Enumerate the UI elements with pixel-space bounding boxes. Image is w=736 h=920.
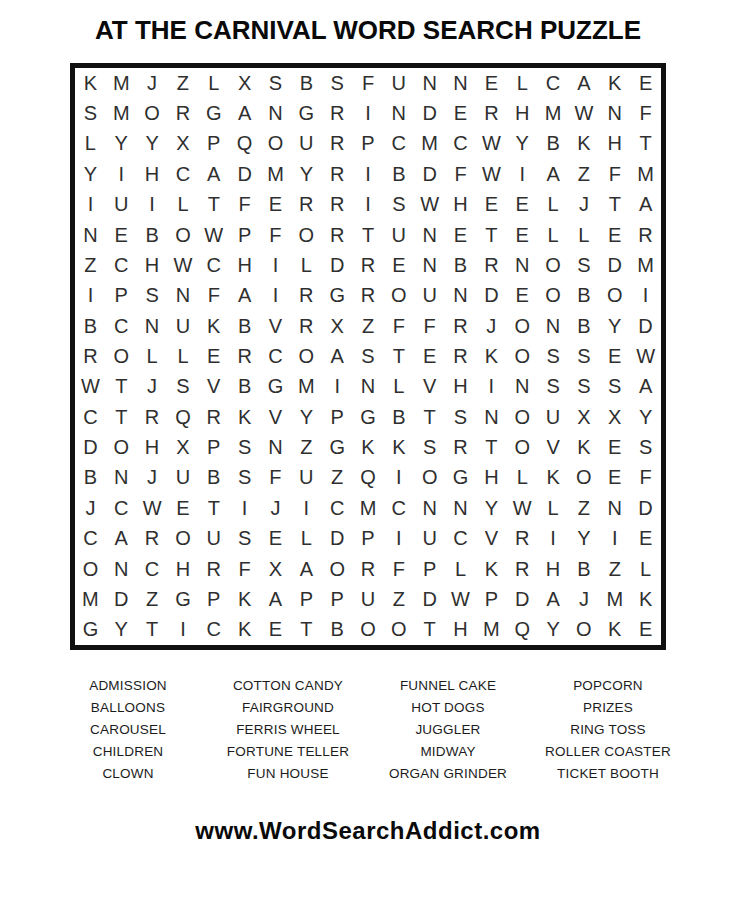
grid-cell-r3c8[interactable]: U [291,129,322,159]
grid-cell-r15c19[interactable]: D [630,493,661,523]
grid-cell-r15c10[interactable]: M [353,493,384,523]
grid-cell-r7c18[interactable]: D [599,250,630,280]
grid-cell-r9c3[interactable]: N [137,311,168,341]
grid-cell-r1c19[interactable]: E [630,68,661,98]
grid-cell-r1c5[interactable]: L [198,68,229,98]
grid-cell-r12c3[interactable]: R [137,402,168,432]
grid-cell-r7c15[interactable]: N [507,250,538,280]
grid-cell-r10c19[interactable]: W [630,341,661,371]
grid-cell-r10c16[interactable]: S [538,341,569,371]
grid-cell-r11c19[interactable]: A [630,372,661,402]
grid-cell-r16c6[interactable]: S [229,524,260,554]
grid-cell-r10c5[interactable]: E [198,341,229,371]
grid-cell-r11c15[interactable]: N [507,372,538,402]
grid-cell-r13c6[interactable]: S [229,432,260,462]
grid-cell-r4c9[interactable]: R [322,159,353,189]
grid-cell-r19c14[interactable]: M [476,615,507,645]
grid-cell-r9c14[interactable]: J [476,311,507,341]
grid-cell-r9c4[interactable]: U [168,311,199,341]
grid-cell-r19c13[interactable]: H [445,615,476,645]
grid-cell-r5c9[interactable]: R [322,189,353,219]
grid-cell-r13c3[interactable]: H [137,432,168,462]
grid-cell-r6c15[interactable]: E [507,220,538,250]
grid-cell-r11c7[interactable]: G [260,372,291,402]
grid-cell-r4c19[interactable]: M [630,159,661,189]
grid-cell-r17c9[interactable]: O [322,554,353,584]
grid-cell-r9c19[interactable]: D [630,311,661,341]
grid-cell-r19c10[interactable]: O [353,615,384,645]
grid-cell-r17c19[interactable]: L [630,554,661,584]
grid-cell-r18c6[interactable]: K [229,584,260,614]
grid-cell-r17c14[interactable]: K [476,554,507,584]
grid-cell-r12c8[interactable]: Y [291,402,322,432]
grid-cell-r3c4[interactable]: X [168,129,199,159]
grid-cell-r5c17[interactable]: J [568,189,599,219]
grid-cell-r17c5[interactable]: R [198,554,229,584]
grid-cell-r14c9[interactable]: Z [322,463,353,493]
grid-cell-r10c13[interactable]: R [445,341,476,371]
grid-cell-r12c6[interactable]: K [229,402,260,432]
grid-cell-r8c7[interactable]: I [260,281,291,311]
grid-cell-r8c5[interactable]: F [198,281,229,311]
grid-cell-r2c12[interactable]: D [414,98,445,128]
grid-cell-r18c1[interactable]: M [75,584,106,614]
grid-cell-r11c5[interactable]: V [198,372,229,402]
grid-cell-r12c17[interactable]: X [568,402,599,432]
grid-cell-r14c13[interactable]: G [445,463,476,493]
grid-cell-r7c3[interactable]: H [137,250,168,280]
grid-cell-r14c2[interactable]: N [106,463,137,493]
grid-cell-r19c15[interactable]: Q [507,615,538,645]
grid-cell-r2c9[interactable]: R [322,98,353,128]
grid-cell-r7c8[interactable]: L [291,250,322,280]
grid-cell-r7c9[interactable]: D [322,250,353,280]
grid-cell-r3c10[interactable]: P [353,129,384,159]
grid-cell-r6c19[interactable]: R [630,220,661,250]
grid-cell-r9c10[interactable]: Z [353,311,384,341]
grid-cell-r18c3[interactable]: Z [137,584,168,614]
grid-cell-r15c7[interactable]: J [260,493,291,523]
grid-cell-r13c11[interactable]: K [383,432,414,462]
grid-cell-r2c19[interactable]: F [630,98,661,128]
grid-cell-r12c14[interactable]: N [476,402,507,432]
grid-cell-r5c19[interactable]: A [630,189,661,219]
grid-cell-r9c16[interactable]: N [538,311,569,341]
grid-cell-r16c3[interactable]: R [137,524,168,554]
grid-cell-r14c12[interactable]: O [414,463,445,493]
grid-cell-r19c9[interactable]: B [322,615,353,645]
grid-cell-r1c1[interactable]: K [75,68,106,98]
grid-cell-r6c11[interactable]: U [383,220,414,250]
grid-cell-r12c19[interactable]: Y [630,402,661,432]
grid-cell-r17c10[interactable]: R [353,554,384,584]
grid-cell-r4c3[interactable]: H [137,159,168,189]
grid-cell-r11c1[interactable]: W [75,372,106,402]
grid-cell-r3c9[interactable]: R [322,129,353,159]
grid-cell-r11c12[interactable]: V [414,372,445,402]
grid-cell-r2c3[interactable]: O [137,98,168,128]
grid-cell-r15c2[interactable]: C [106,493,137,523]
grid-cell-r1c12[interactable]: N [414,68,445,98]
grid-cell-r18c18[interactable]: M [599,584,630,614]
grid-cell-r4c1[interactable]: Y [75,159,106,189]
grid-cell-r17c3[interactable]: C [137,554,168,584]
grid-cell-r5c11[interactable]: S [383,189,414,219]
grid-cell-r4c11[interactable]: B [383,159,414,189]
grid-cell-r12c18[interactable]: X [599,402,630,432]
grid-cell-r18c19[interactable]: K [630,584,661,614]
grid-cell-r18c15[interactable]: D [507,584,538,614]
grid-cell-r19c5[interactable]: C [198,615,229,645]
grid-cell-r3c6[interactable]: Q [229,129,260,159]
grid-cell-r2c5[interactable]: G [198,98,229,128]
grid-cell-r8c18[interactable]: O [599,281,630,311]
grid-cell-r15c17[interactable]: Z [568,493,599,523]
grid-cell-r6c16[interactable]: L [538,220,569,250]
grid-cell-r8c15[interactable]: E [507,281,538,311]
grid-cell-r15c14[interactable]: Y [476,493,507,523]
grid-cell-r12c15[interactable]: O [507,402,538,432]
grid-cell-r17c17[interactable]: B [568,554,599,584]
grid-cell-r8c3[interactable]: S [137,281,168,311]
grid-cell-r15c5[interactable]: T [198,493,229,523]
grid-cell-r11c10[interactable]: N [353,372,384,402]
grid-cell-r5c12[interactable]: W [414,189,445,219]
grid-cell-r3c19[interactable]: T [630,129,661,159]
grid-cell-r14c16[interactable]: K [538,463,569,493]
grid-cell-r8c14[interactable]: D [476,281,507,311]
grid-cell-r6c10[interactable]: T [353,220,384,250]
grid-cell-r5c7[interactable]: E [260,189,291,219]
grid-cell-r6c4[interactable]: O [168,220,199,250]
grid-cell-r16c18[interactable]: I [599,524,630,554]
grid-cell-r5c10[interactable]: I [353,189,384,219]
grid-cell-r8c9[interactable]: G [322,281,353,311]
grid-cell-r6c17[interactable]: L [568,220,599,250]
grid-cell-r3c7[interactable]: O [260,129,291,159]
grid-cell-r11c6[interactable]: B [229,372,260,402]
grid-cell-r14c8[interactable]: U [291,463,322,493]
grid-cell-r17c1[interactable]: O [75,554,106,584]
grid-cell-r1c13[interactable]: N [445,68,476,98]
grid-cell-r2c8[interactable]: G [291,98,322,128]
grid-cell-r17c2[interactable]: N [106,554,137,584]
grid-cell-r19c16[interactable]: Y [538,615,569,645]
grid-cell-r11c14[interactable]: I [476,372,507,402]
grid-cell-r6c14[interactable]: T [476,220,507,250]
grid-cell-r19c2[interactable]: Y [106,615,137,645]
grid-cell-r14c15[interactable]: L [507,463,538,493]
grid-cell-r14c4[interactable]: U [168,463,199,493]
grid-cell-r5c13[interactable]: H [445,189,476,219]
grid-cell-r10c9[interactable]: A [322,341,353,371]
grid-cell-r17c18[interactable]: Z [599,554,630,584]
grid-cell-r4c16[interactable]: A [538,159,569,189]
grid-cell-r18c9[interactable]: P [322,584,353,614]
grid-cell-r16c2[interactable]: A [106,524,137,554]
grid-cell-r19c3[interactable]: T [137,615,168,645]
grid-cell-r7c13[interactable]: B [445,250,476,280]
grid-cell-r16c16[interactable]: I [538,524,569,554]
grid-cell-r17c8[interactable]: A [291,554,322,584]
grid-cell-r6c18[interactable]: E [599,220,630,250]
grid-cell-r14c17[interactable]: O [568,463,599,493]
grid-cell-r12c2[interactable]: T [106,402,137,432]
grid-cell-r11c13[interactable]: H [445,372,476,402]
grid-cell-r15c9[interactable]: C [322,493,353,523]
grid-cell-r18c5[interactable]: P [198,584,229,614]
grid-cell-r2c11[interactable]: N [383,98,414,128]
grid-cell-r12c1[interactable]: C [75,402,106,432]
grid-cell-r4c17[interactable]: Z [568,159,599,189]
grid-cell-r16c8[interactable]: L [291,524,322,554]
grid-cell-r8c11[interactable]: O [383,281,414,311]
grid-cell-r5c18[interactable]: T [599,189,630,219]
grid-cell-r2c2[interactable]: M [106,98,137,128]
grid-cell-r8c4[interactable]: N [168,281,199,311]
grid-cell-r18c16[interactable]: A [538,584,569,614]
grid-cell-r2c4[interactable]: R [168,98,199,128]
grid-cell-r14c18[interactable]: E [599,463,630,493]
grid-cell-r9c7[interactable]: V [260,311,291,341]
grid-cell-r8c12[interactable]: U [414,281,445,311]
grid-cell-r19c7[interactable]: E [260,615,291,645]
grid-cell-r8c2[interactable]: P [106,281,137,311]
grid-cell-r8c17[interactable]: B [568,281,599,311]
grid-cell-r6c3[interactable]: B [137,220,168,250]
grid-cell-r3c18[interactable]: H [599,129,630,159]
grid-cell-r6c6[interactable]: P [229,220,260,250]
grid-cell-r3c14[interactable]: W [476,129,507,159]
grid-cell-r2c17[interactable]: W [568,98,599,128]
grid-cell-r13c14[interactable]: T [476,432,507,462]
grid-cell-r8c16[interactable]: O [538,281,569,311]
grid-cell-r3c12[interactable]: M [414,129,445,159]
grid-cell-r7c1[interactable]: Z [75,250,106,280]
grid-cell-r3c11[interactable]: C [383,129,414,159]
grid-cell-r12c16[interactable]: U [538,402,569,432]
grid-cell-r12c7[interactable]: V [260,402,291,432]
grid-cell-r1c7[interactable]: S [260,68,291,98]
grid-cell-r10c8[interactable]: O [291,341,322,371]
grid-cell-r15c13[interactable]: N [445,493,476,523]
grid-cell-r19c17[interactable]: O [568,615,599,645]
grid-cell-r13c10[interactable]: K [353,432,384,462]
grid-cell-r12c4[interactable]: Q [168,402,199,432]
grid-cell-r4c15[interactable]: I [507,159,538,189]
grid-cell-r16c15[interactable]: R [507,524,538,554]
grid-cell-r5c4[interactable]: L [168,189,199,219]
grid-cell-r1c2[interactable]: M [106,68,137,98]
grid-cell-r19c6[interactable]: K [229,615,260,645]
grid-cell-r5c1[interactable]: I [75,189,106,219]
grid-cell-r5c8[interactable]: R [291,189,322,219]
grid-cell-r12c5[interactable]: R [198,402,229,432]
grid-cell-r13c13[interactable]: R [445,432,476,462]
grid-cell-r13c17[interactable]: K [568,432,599,462]
grid-cell-r3c2[interactable]: Y [106,129,137,159]
grid-cell-r11c8[interactable]: M [291,372,322,402]
grid-cell-r14c10[interactable]: Q [353,463,384,493]
grid-cell-r1c14[interactable]: E [476,68,507,98]
grid-cell-r14c11[interactable]: I [383,463,414,493]
grid-cell-r6c5[interactable]: W [198,220,229,250]
grid-cell-r2c18[interactable]: N [599,98,630,128]
grid-cell-r3c13[interactable]: C [445,129,476,159]
grid-cell-r16c9[interactable]: D [322,524,353,554]
grid-cell-r17c7[interactable]: X [260,554,291,584]
grid-cell-r6c1[interactable]: N [75,220,106,250]
grid-cell-r3c1[interactable]: L [75,129,106,159]
grid-cell-r9c18[interactable]: Y [599,311,630,341]
grid-cell-r9c9[interactable]: X [322,311,353,341]
grid-cell-r14c3[interactable]: J [137,463,168,493]
grid-cell-r8c6[interactable]: A [229,281,260,311]
grid-cell-r13c4[interactable]: X [168,432,199,462]
grid-cell-r10c2[interactable]: O [106,341,137,371]
grid-cell-r16c13[interactable]: C [445,524,476,554]
grid-cell-r13c19[interactable]: S [630,432,661,462]
grid-cell-r17c15[interactable]: R [507,554,538,584]
grid-cell-r10c7[interactable]: C [260,341,291,371]
grid-cell-r2c7[interactable]: N [260,98,291,128]
grid-cell-r1c17[interactable]: A [568,68,599,98]
grid-cell-r10c15[interactable]: O [507,341,538,371]
grid-cell-r9c6[interactable]: B [229,311,260,341]
grid-cell-r18c7[interactable]: A [260,584,291,614]
grid-cell-r6c9[interactable]: R [322,220,353,250]
grid-cell-r8c19[interactable]: I [630,281,661,311]
grid-cell-r9c12[interactable]: F [414,311,445,341]
grid-cell-r5c5[interactable]: T [198,189,229,219]
grid-cell-r6c13[interactable]: E [445,220,476,250]
grid-cell-r7c12[interactable]: N [414,250,445,280]
grid-cell-r7c4[interactable]: W [168,250,199,280]
grid-cell-r9c1[interactable]: B [75,311,106,341]
grid-cell-r4c8[interactable]: Y [291,159,322,189]
grid-cell-r11c9[interactable]: I [322,372,353,402]
grid-cell-r14c1[interactable]: B [75,463,106,493]
grid-cell-r8c1[interactable]: I [75,281,106,311]
grid-cell-r9c2[interactable]: C [106,311,137,341]
grid-cell-r4c12[interactable]: D [414,159,445,189]
grid-cell-r12c12[interactable]: T [414,402,445,432]
grid-cell-r3c3[interactable]: Y [137,129,168,159]
grid-cell-r4c14[interactable]: W [476,159,507,189]
grid-cell-r13c15[interactable]: O [507,432,538,462]
grid-cell-r2c15[interactable]: H [507,98,538,128]
grid-cell-r1c16[interactable]: C [538,68,569,98]
grid-cell-r4c6[interactable]: D [229,159,260,189]
grid-cell-r1c18[interactable]: K [599,68,630,98]
grid-cell-r7c17[interactable]: S [568,250,599,280]
grid-cell-r15c1[interactable]: J [75,493,106,523]
grid-cell-r9c11[interactable]: F [383,311,414,341]
grid-cell-r13c1[interactable]: D [75,432,106,462]
grid-cell-r10c1[interactable]: R [75,341,106,371]
grid-cell-r2c1[interactable]: S [75,98,106,128]
grid-cell-r16c19[interactable]: E [630,524,661,554]
grid-cell-r17c12[interactable]: P [414,554,445,584]
grid-cell-r4c2[interactable]: I [106,159,137,189]
grid-cell-r2c14[interactable]: R [476,98,507,128]
grid-cell-r16c14[interactable]: V [476,524,507,554]
grid-cell-r1c3[interactable]: J [137,68,168,98]
grid-cell-r9c17[interactable]: B [568,311,599,341]
grid-cell-r12c10[interactable]: G [353,402,384,432]
grid-cell-r10c6[interactable]: R [229,341,260,371]
grid-cell-r11c16[interactable]: S [538,372,569,402]
grid-cell-r19c1[interactable]: G [75,615,106,645]
grid-cell-r4c5[interactable]: A [198,159,229,189]
grid-cell-r7c10[interactable]: R [353,250,384,280]
grid-cell-r10c14[interactable]: K [476,341,507,371]
grid-cell-r10c18[interactable]: E [599,341,630,371]
grid-cell-r1c10[interactable]: F [353,68,384,98]
grid-cell-r4c10[interactable]: I [353,159,384,189]
grid-cell-r9c5[interactable]: K [198,311,229,341]
grid-cell-r13c16[interactable]: V [538,432,569,462]
grid-cell-r16c4[interactable]: O [168,524,199,554]
grid-cell-r16c5[interactable]: U [198,524,229,554]
grid-cell-r13c7[interactable]: N [260,432,291,462]
grid-cell-r19c11[interactable]: O [383,615,414,645]
grid-cell-r8c10[interactable]: R [353,281,384,311]
grid-cell-r17c13[interactable]: L [445,554,476,584]
grid-cell-r10c11[interactable]: T [383,341,414,371]
grid-cell-r17c11[interactable]: F [383,554,414,584]
grid-cell-r16c11[interactable]: I [383,524,414,554]
grid-cell-r3c5[interactable]: P [198,129,229,159]
grid-cell-r13c9[interactable]: G [322,432,353,462]
grid-cell-r10c4[interactable]: L [168,341,199,371]
grid-cell-r13c5[interactable]: P [198,432,229,462]
grid-cell-r3c17[interactable]: K [568,129,599,159]
grid-cell-r13c2[interactable]: O [106,432,137,462]
grid-cell-r14c6[interactable]: S [229,463,260,493]
grid-cell-r15c15[interactable]: W [507,493,538,523]
grid-cell-r19c19[interactable]: E [630,615,661,645]
grid-cell-r3c15[interactable]: Y [507,129,538,159]
grid-cell-r5c6[interactable]: F [229,189,260,219]
grid-cell-r12c11[interactable]: B [383,402,414,432]
grid-cell-r15c6[interactable]: I [229,493,260,523]
grid-cell-r16c1[interactable]: C [75,524,106,554]
grid-cell-r6c7[interactable]: F [260,220,291,250]
grid-cell-r4c18[interactable]: F [599,159,630,189]
grid-cell-r12c13[interactable]: S [445,402,476,432]
grid-cell-r8c8[interactable]: R [291,281,322,311]
grid-cell-r2c6[interactable]: A [229,98,260,128]
grid-cell-r15c18[interactable]: N [599,493,630,523]
grid-cell-r9c15[interactable]: O [507,311,538,341]
grid-cell-r15c8[interactable]: I [291,493,322,523]
grid-cell-r18c2[interactable]: D [106,584,137,614]
grid-cell-r14c19[interactable]: F [630,463,661,493]
grid-cell-r5c2[interactable]: U [106,189,137,219]
grid-cell-r18c14[interactable]: P [476,584,507,614]
grid-cell-r7c6[interactable]: H [229,250,260,280]
grid-cell-r12c9[interactable]: P [322,402,353,432]
grid-cell-r16c10[interactable]: P [353,524,384,554]
grid-cell-r3c16[interactable]: B [538,129,569,159]
grid-cell-r1c11[interactable]: U [383,68,414,98]
grid-cell-r19c8[interactable]: T [291,615,322,645]
grid-cell-r7c19[interactable]: M [630,250,661,280]
grid-cell-r10c17[interactable]: S [568,341,599,371]
grid-cell-r11c3[interactable]: J [137,372,168,402]
grid-cell-r9c13[interactable]: R [445,311,476,341]
